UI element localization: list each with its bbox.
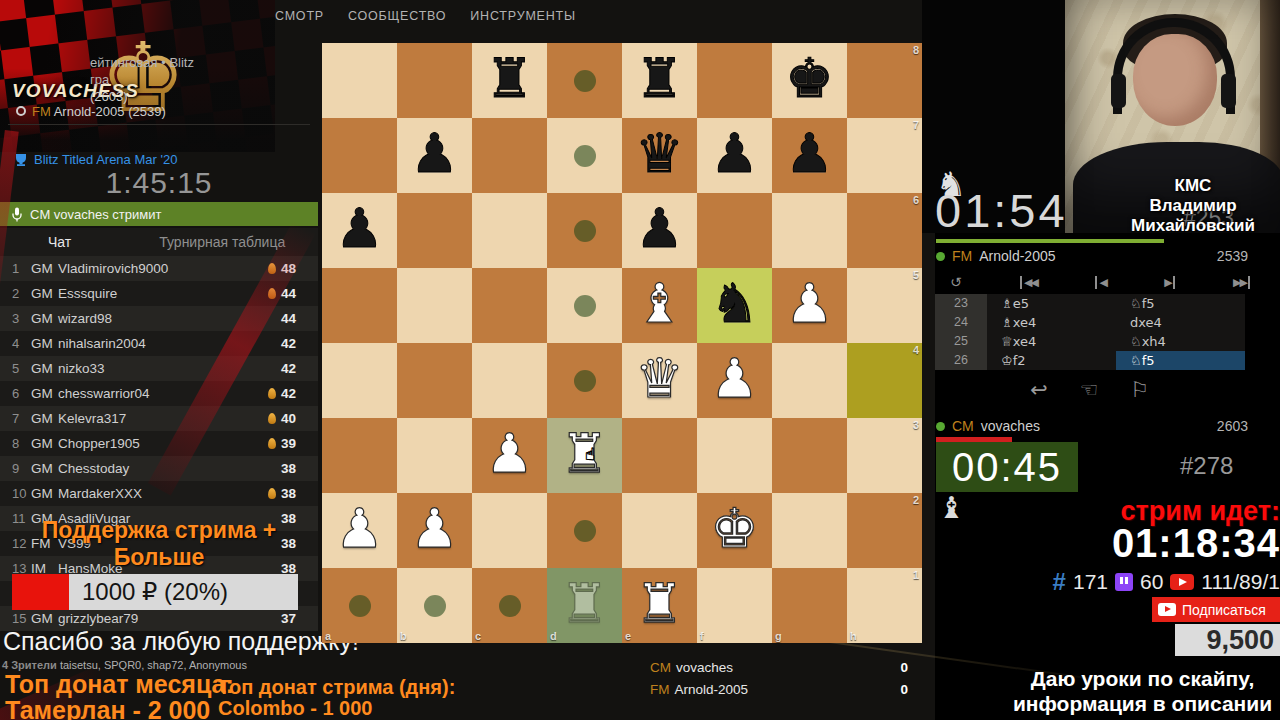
standings-name: chesswarrior04 — [58, 381, 150, 406]
square-e6[interactable]: ♟ — [622, 193, 697, 268]
square-c4[interactable] — [472, 343, 547, 418]
piece-wP-b2[interactable]: ♟ — [397, 493, 472, 568]
square-g4[interactable] — [772, 343, 847, 418]
youtube-icon — [1170, 574, 1194, 590]
social-counters: # 171 60 111/89/1 — [1030, 568, 1280, 596]
black-player-title: FM — [32, 104, 51, 119]
square-h7[interactable]: 7 — [847, 118, 922, 193]
square-d4[interactable] — [547, 343, 622, 418]
square-g6[interactable] — [772, 193, 847, 268]
square-c2[interactable] — [472, 493, 547, 568]
menu-item-tools[interactable]: ИНСТРУМЕНТЫ — [470, 9, 576, 23]
square-a7[interactable] — [322, 118, 397, 193]
standings-score: 42 — [281, 331, 296, 356]
streaming-banner[interactable]: CM vovaches стримит — [0, 202, 318, 226]
online-dot-icon — [936, 252, 945, 261]
score-white-title: CM — [650, 657, 671, 679]
square-c1[interactable]: c — [472, 568, 547, 643]
square-f6[interactable] — [697, 193, 772, 268]
rank-label-5: 5 — [913, 269, 919, 281]
game-actions: ↩ ☜ ⚐ — [1030, 378, 1149, 402]
black-player-line[interactable]: FM Arnold-2005 (2539) — [32, 104, 166, 119]
piece-bR-c8[interactable]: ♜ — [472, 43, 547, 118]
subscribe-button[interactable]: Подписаться — [1152, 597, 1280, 622]
square-d1[interactable]: ♜d — [547, 568, 622, 643]
piece-wP-a2[interactable]: ♟ — [322, 493, 397, 568]
standings-score: 38 — [281, 456, 296, 481]
move-black[interactable]: ♘f5 — [1116, 294, 1245, 313]
square-f1[interactable]: f — [697, 568, 772, 643]
standings-row[interactable]: 1GMVladimirovich900048 — [0, 256, 318, 281]
standings-row[interactable]: 9GMChesstoday38 — [0, 456, 318, 481]
piece-wP-g5[interactable]: ♟ — [772, 268, 847, 343]
standings-rank: 4 — [12, 331, 19, 356]
tournament-name: Blitz Titled Arena Mar '20 — [34, 152, 177, 167]
standings-title: GM — [31, 481, 53, 506]
square-b7[interactable]: ♟ — [397, 118, 472, 193]
file-label-d: d — [550, 630, 557, 642]
streak-flame-icon — [268, 488, 276, 499]
square-e7[interactable]: ♛ — [622, 118, 697, 193]
piece-wQ-e4[interactable]: ♛ — [622, 343, 697, 418]
mouse-hand-cursor: ☝ — [585, 444, 595, 464]
square-b8[interactable] — [397, 43, 472, 118]
square-e8[interactable]: ♜ — [622, 43, 697, 118]
standings-row[interactable]: 2GMEsssquire44 — [0, 281, 318, 306]
piece-wP-c3[interactable]: ♟ — [472, 418, 547, 493]
square-e1[interactable]: ♜e — [622, 568, 697, 643]
black-title: FM — [952, 248, 972, 264]
standings-name: Kelevra317 — [58, 406, 126, 431]
white-player-rating: (2603) — [90, 89, 128, 104]
standings-rank: 3 — [12, 306, 19, 331]
square-e4[interactable]: ♛ — [622, 343, 697, 418]
square-h5[interactable]: 5 — [847, 268, 922, 343]
move-list: 23♗e5♘f524♗xe4dxe425♕xe4♘xh426♔f2♘f5 — [935, 294, 1245, 370]
standings-rank: 2 — [12, 281, 19, 306]
standings-score: 48 — [281, 256, 296, 281]
microphone-icon — [12, 207, 22, 222]
file-label-a: a — [325, 630, 331, 642]
rank-label-7: 7 — [913, 119, 919, 131]
subscriber-count: 9,500 — [1175, 624, 1280, 656]
stream-running-time: 01:18:34 — [1020, 521, 1280, 566]
move-number: 26 — [935, 351, 987, 370]
piece-bR-e8[interactable]: ♜ — [622, 43, 697, 118]
standings-title: GM — [31, 356, 53, 381]
top-donate-day-value: Colombo - 1 000 — [218, 697, 372, 720]
rank-label-3: 3 — [913, 419, 919, 431]
captured-bishop-icon: ♝ — [938, 490, 965, 525]
square-c3[interactable]: ♟ — [472, 418, 547, 493]
piece-bP-a6[interactable]: ♟ — [322, 193, 397, 268]
meta-separator — [8, 124, 310, 125]
legal-move-dot[interactable] — [574, 220, 596, 242]
piece-wB-e5[interactable]: ♝ — [622, 268, 697, 343]
standings-score: 42 — [281, 381, 296, 406]
move-navigation: ↺ ◀◀ ◀ ▶ ▶▶ — [950, 274, 1250, 290]
last-move-icon[interactable]: ▶▶ — [1233, 276, 1250, 289]
legal-move-dot[interactable] — [349, 595, 371, 617]
takeback-icon[interactable]: ↩ — [1030, 378, 1048, 402]
white-name: vovaches — [981, 418, 1040, 434]
last-move-highlight — [847, 343, 922, 418]
tab-standings[interactable]: Турнирная таблица — [159, 234, 285, 250]
rank-label-8: 8 — [913, 44, 919, 56]
black-time-bar — [936, 239, 1164, 243]
standings-score: 39 — [281, 431, 296, 456]
black-rating: 2539 — [1217, 248, 1248, 264]
stream-screen: ИГРА ОБУЧЕНИЕ ПРОСМОТР СООБЩЕСТВО ИНСТРУ… — [0, 0, 1280, 720]
square-a1[interactable]: a — [322, 568, 397, 643]
standings-row[interactable]: 3GMwizard9844 — [0, 306, 318, 331]
piece-bP-f7[interactable]: ♟ — [697, 118, 772, 193]
file-label-g: g — [775, 630, 782, 642]
square-d6[interactable] — [547, 193, 622, 268]
black-player-row[interactable]: FM Arnold-2005 2539 — [936, 248, 1248, 264]
streamer-name-overlay: КМС Владимир Михайловский — [1093, 176, 1280, 236]
legal-move-dot[interactable] — [499, 595, 521, 617]
piece-wP-f4[interactable]: ♟ — [697, 343, 772, 418]
rank-label-1: 1 — [913, 569, 919, 581]
square-g1[interactable]: g — [772, 568, 847, 643]
square-d5[interactable] — [547, 268, 622, 343]
square-h3[interactable]: 3 — [847, 418, 922, 493]
square-f3[interactable] — [697, 418, 772, 493]
move-number: 23 — [935, 294, 987, 313]
piece-bQ-e7[interactable]: ♛ — [622, 118, 697, 193]
white-tournament-rank: #278 — [1180, 452, 1233, 480]
square-b1[interactable]: b — [397, 568, 472, 643]
score-black-points: 0 — [900, 679, 908, 701]
white-player-row[interactable]: CM vovaches 2603 — [936, 418, 1248, 434]
score-white-points: 0 — [900, 657, 908, 679]
score-white-name: vovaches — [676, 657, 733, 679]
rank-label-4: 4 — [913, 344, 919, 356]
square-a3[interactable] — [322, 418, 397, 493]
standings-score: 38 — [281, 481, 296, 506]
black-name: Arnold-2005 — [979, 248, 1055, 264]
standings-row[interactable]: 4GMnihalsarin200442 — [0, 331, 318, 356]
top-donate-month-value: Тамерлан - 2 000 — [5, 696, 210, 720]
tab-chat[interactable]: Чат — [48, 234, 71, 250]
hash-count: 171 — [1073, 570, 1108, 594]
tournament-link[interactable]: Blitz Titled Arena Mar '20 — [14, 152, 177, 167]
standings-name: nihalsarin2004 — [58, 331, 146, 356]
standings-name: Esssquire — [58, 281, 117, 306]
square-d3[interactable]: ♜☝ — [547, 418, 622, 493]
hash-icon: # — [1053, 568, 1066, 596]
white-title: CM — [952, 418, 974, 434]
file-label-f: f — [700, 630, 704, 642]
file-label-b: b — [400, 630, 407, 642]
next-move-icon[interactable]: ▶ — [1164, 276, 1174, 289]
square-h2[interactable]: 2 — [847, 493, 922, 568]
score-row-white: CM vovaches 0 — [650, 657, 908, 679]
online-dot-icon — [936, 422, 945, 431]
top-donate-day-label: Топ донат стрима (дня): — [218, 676, 455, 699]
standings-score: 44 — [281, 306, 296, 331]
piece-wK-f2[interactable]: ♚ — [697, 493, 772, 568]
piece-bN-f5[interactable]: ♞ — [697, 268, 772, 343]
streak-flame-icon — [268, 288, 276, 299]
standings-name: Chopper1905 — [58, 431, 140, 456]
black-color-icon — [16, 106, 26, 116]
square-g2[interactable] — [772, 493, 847, 568]
standings-title: GM — [31, 431, 53, 456]
game-line: гра — [90, 72, 109, 87]
legal-move-dot[interactable] — [574, 295, 596, 317]
standings-score: 44 — [281, 281, 296, 306]
streak-flame-icon — [268, 413, 276, 424]
flip-board-icon[interactable]: ↺ — [950, 274, 962, 290]
standings-rank: 7 — [12, 406, 19, 431]
move-white[interactable]: ♕xe4 — [987, 332, 1116, 351]
streamer-logo: ♚ VOVACHESS — [0, 0, 275, 152]
thanks-text: Спасибо за любую поддержку! — [3, 627, 359, 656]
square-c8[interactable]: ♜ — [472, 43, 547, 118]
square-d7[interactable] — [547, 118, 622, 193]
square-g8[interactable]: ♚ — [772, 43, 847, 118]
move-number: 25 — [935, 332, 987, 351]
standings-name: Chesstoday — [58, 456, 129, 481]
standings-name: wizard98 — [58, 306, 112, 331]
square-b6[interactable] — [397, 193, 472, 268]
square-d2[interactable] — [547, 493, 622, 568]
standings-rank: 9 — [12, 456, 19, 481]
square-g7[interactable]: ♟ — [772, 118, 847, 193]
match-score-widget: CM vovaches 0 FM Arnold-2005 0 — [650, 657, 908, 701]
streak-flame-icon — [268, 388, 276, 399]
square-a5[interactable] — [322, 268, 397, 343]
standings-row[interactable]: 5GMnizko3342 — [0, 356, 318, 381]
file-label-h: h — [850, 630, 857, 642]
youtube-play-icon — [1158, 603, 1176, 616]
standings-rank: 6 — [12, 381, 19, 406]
black-player-name: Arnold-2005 (2539) — [54, 104, 166, 119]
square-d8[interactable] — [547, 43, 622, 118]
legal-move-dot[interactable] — [574, 370, 596, 392]
standings-title: GM — [31, 331, 53, 356]
score-black-title: FM — [650, 679, 670, 701]
piece-wR-d1-ghost[interactable]: ♜ — [547, 568, 622, 643]
side-tabs: Чат Турнирная таблица — [0, 228, 318, 256]
piece-bP-g7[interactable]: ♟ — [772, 118, 847, 193]
square-b2[interactable]: ♟ — [397, 493, 472, 568]
resign-flag-icon[interactable]: ⚐ — [1130, 378, 1149, 402]
standings-title: GM — [31, 406, 53, 431]
square-a6[interactable]: ♟ — [322, 193, 397, 268]
standings-name: MardakerXXX — [58, 481, 142, 506]
score-black-name: Arnold-2005 — [675, 679, 749, 701]
standings-row[interactable]: 8GMChopper190539 — [0, 431, 318, 456]
menu-item-community[interactable]: СООБЩЕСТВО — [348, 9, 446, 23]
standings-title: GM — [31, 281, 53, 306]
square-c7[interactable] — [472, 118, 547, 193]
square-f4[interactable]: ♟ — [697, 343, 772, 418]
square-f5[interactable]: ♞ — [697, 268, 772, 343]
top-donate-month-label: Топ донат месяца: — [5, 670, 234, 699]
square-h8[interactable]: 8 — [847, 43, 922, 118]
standings-name: Vladimirovich9000 — [58, 256, 168, 281]
move-white[interactable]: ♗xe4 — [987, 313, 1116, 332]
twitch-icon — [1115, 573, 1133, 591]
move-black[interactable]: ♘xh4 — [1116, 332, 1245, 351]
square-b4[interactable] — [397, 343, 472, 418]
previous-move-icon[interactable]: ◀ — [1095, 276, 1105, 289]
streaming-banner-text: CM vovaches стримит — [30, 207, 161, 222]
subscribe-label: Подписаться — [1182, 602, 1266, 618]
standings-rank: 5 — [12, 356, 19, 381]
square-a2[interactable]: ♟ — [322, 493, 397, 568]
piece-bP-e6[interactable]: ♟ — [622, 193, 697, 268]
square-e2[interactable] — [622, 493, 697, 568]
move-black[interactable]: dxe4 — [1116, 313, 1245, 332]
file-label-c: c — [475, 630, 481, 642]
standings-row[interactable]: 6GMchesswarrior0442 — [0, 381, 318, 406]
square-h1[interactable]: h1 — [847, 568, 922, 643]
game-type-line: ейтинговая • Blitz — [90, 55, 194, 70]
square-g5[interactable]: ♟ — [772, 268, 847, 343]
donation-progress-label: 1000 ₽ (20%) — [12, 574, 298, 610]
rank-label-2: 2 — [913, 494, 919, 506]
standings-rank: 8 — [12, 431, 19, 456]
first-move-icon[interactable]: ◀◀ — [1020, 276, 1037, 289]
square-g3[interactable] — [772, 418, 847, 493]
score-row-black: FM Arnold-2005 0 — [650, 679, 908, 701]
white-rating: 2603 — [1217, 418, 1248, 434]
twitch-count: 60 — [1140, 570, 1163, 594]
square-e5[interactable]: ♝ — [622, 268, 697, 343]
donation-progress-bar: 1000 ₽ (20%) — [12, 574, 298, 610]
square-f7[interactable]: ♟ — [697, 118, 772, 193]
legal-move-dot[interactable] — [574, 70, 596, 92]
lessons-info: Даю уроки по скайпу, информация в описан… — [1005, 666, 1280, 716]
square-f2[interactable]: ♚ — [697, 493, 772, 568]
chess-board[interactable]: ♜♜♚8♟♛♟♟7♟♟6♝♞♟5♛♟4♟♜☝3♟♟♚2abc♜d♜efgh1 — [322, 43, 922, 643]
standings-name: nizko33 — [58, 356, 105, 381]
square-h4[interactable]: 4 — [847, 343, 922, 418]
youtube-count: 111/89/1 — [1201, 570, 1280, 594]
standings-row[interactable]: 7GMKelevra31740 — [0, 406, 318, 431]
piece-wR-e1[interactable]: ♜ — [622, 568, 697, 643]
move-black[interactable]: ♘f5 — [1116, 351, 1245, 370]
standings-rank: 10 — [12, 481, 26, 506]
standings-row[interactable]: 10GMMardakerXXX38 — [0, 481, 318, 506]
rank-label-6: 6 — [913, 194, 919, 206]
square-f8[interactable] — [697, 43, 772, 118]
square-a4[interactable] — [322, 343, 397, 418]
file-label-e: e — [625, 630, 631, 642]
standings-score: 40 — [281, 406, 296, 431]
white-clock: 00:45 — [936, 442, 1078, 492]
standings-title: GM — [31, 306, 53, 331]
legal-move-dot[interactable] — [574, 520, 596, 542]
standings-title: GM — [31, 456, 53, 481]
standings-title: GM — [31, 381, 53, 406]
move-number: 24 — [935, 313, 987, 332]
trophy-icon — [14, 153, 28, 167]
standings-rank: 1 — [12, 256, 19, 281]
tournament-clock: 1:45:15 — [0, 166, 318, 200]
square-e3[interactable] — [622, 418, 697, 493]
square-h6[interactable]: 6 — [847, 193, 922, 268]
streak-flame-icon — [268, 438, 276, 449]
piece-bP-b7[interactable]: ♟ — [397, 118, 472, 193]
draw-offer-hand-icon[interactable]: ☜ — [1080, 378, 1099, 402]
move-white[interactable]: ♗e5 — [987, 294, 1116, 313]
legal-move-dot[interactable] — [424, 595, 446, 617]
legal-move-dot[interactable] — [574, 145, 596, 167]
square-c5[interactable] — [472, 268, 547, 343]
piece-bK-g8[interactable]: ♚ — [772, 43, 847, 118]
streak-flame-icon — [268, 263, 276, 274]
square-b3[interactable] — [397, 418, 472, 493]
square-c6[interactable] — [472, 193, 547, 268]
gold-chess-piece-icon: ♚ — [100, 8, 186, 148]
standings-title: GM — [31, 256, 53, 281]
standings-score: 42 — [281, 356, 296, 381]
move-white[interactable]: ♔f2 — [987, 351, 1116, 370]
square-a8[interactable] — [322, 43, 397, 118]
square-b5[interactable] — [397, 268, 472, 343]
